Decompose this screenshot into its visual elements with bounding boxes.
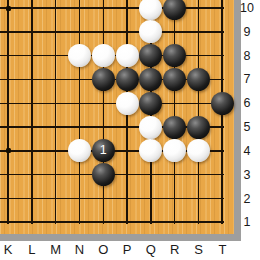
column-label-Q: Q <box>141 242 161 258</box>
grid-line-vertical <box>174 0 176 224</box>
row-label-4: 4 <box>236 143 258 159</box>
row-label-10: 10 <box>236 0 258 16</box>
row-label-9: 9 <box>236 24 258 40</box>
row-label-1: 1 <box>236 214 258 230</box>
column-label-N: N <box>69 242 89 258</box>
white-stone-Q9[interactable] <box>139 20 162 43</box>
grid-line-horizontal <box>0 198 224 200</box>
black-stone-Q8[interactable] <box>139 44 162 67</box>
black-stone-R8[interactable] <box>163 44 186 67</box>
column-label-O: O <box>93 242 113 258</box>
grid-line-horizontal <box>0 103 224 105</box>
row-label-5: 5 <box>236 119 258 135</box>
grid-line-horizontal <box>0 31 224 33</box>
row-label-6: 6 <box>236 95 258 111</box>
star-point <box>6 148 11 153</box>
white-stone-N8[interactable] <box>68 44 91 67</box>
grid-line-vertical <box>31 0 33 224</box>
go-board[interactable]: 1 <box>0 0 235 235</box>
column-label-R: R <box>165 242 185 258</box>
white-stone-P6[interactable] <box>116 92 139 115</box>
black-stone-P7[interactable] <box>116 68 139 91</box>
board-edge-shadow-bottom <box>0 234 241 241</box>
black-stone-Q6[interactable] <box>139 92 162 115</box>
white-stone-Q5[interactable] <box>139 116 162 139</box>
move-number-label: 1 <box>92 139 115 162</box>
white-stone-S4[interactable] <box>187 139 210 162</box>
black-stone-Q7[interactable] <box>139 68 162 91</box>
column-label-L: L <box>22 242 42 258</box>
black-stone-R5[interactable] <box>163 116 186 139</box>
row-label-8: 8 <box>236 48 258 64</box>
grid-line-horizontal <box>0 7 224 9</box>
black-stone-O7[interactable] <box>92 68 115 91</box>
black-stone-O3[interactable] <box>92 163 115 186</box>
white-stone-O8[interactable] <box>92 44 115 67</box>
grid-line-vertical <box>55 0 57 224</box>
black-stone-S5[interactable] <box>187 116 210 139</box>
white-stone-R4[interactable] <box>163 139 186 162</box>
white-stone-N4[interactable] <box>68 139 91 162</box>
black-stone-O4[interactable]: 1 <box>92 139 115 162</box>
go-diagram-screenshot: 1 KLMNOPQRST10987654321 <box>0 0 260 260</box>
white-stone-P8[interactable] <box>116 44 139 67</box>
column-label-P: P <box>117 242 137 258</box>
grid-line-vertical <box>79 0 81 224</box>
grid-line-vertical <box>7 0 9 224</box>
black-stone-R7[interactable] <box>163 68 186 91</box>
row-label-7: 7 <box>236 71 258 87</box>
column-label-T: T <box>212 242 232 258</box>
black-stone-R10[interactable] <box>163 0 186 20</box>
grid-line-horizontal <box>0 221 224 223</box>
grid-line-vertical <box>198 0 200 224</box>
black-stone-S7[interactable] <box>187 68 210 91</box>
grid-line-vertical <box>103 0 105 224</box>
black-stone-T6[interactable] <box>211 92 234 115</box>
row-label-3: 3 <box>236 167 258 183</box>
column-label-S: S <box>189 242 209 258</box>
white-stone-Q4[interactable] <box>139 139 162 162</box>
star-point <box>6 6 11 11</box>
row-label-2: 2 <box>236 191 258 207</box>
column-label-K: K <box>0 242 18 258</box>
column-label-M: M <box>46 242 66 258</box>
white-stone-Q10[interactable] <box>139 0 162 20</box>
